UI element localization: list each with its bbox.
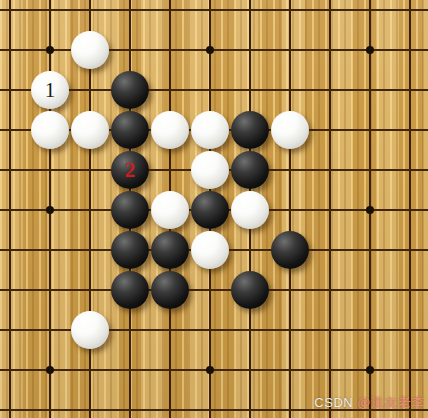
intersection-c7-r7[interactable] [230, 230, 270, 270]
intersection-c1-r4[interactable] [0, 110, 30, 150]
intersection-c4-r11[interactable] [110, 390, 150, 418]
intersection-c9-r9[interactable] [310, 310, 350, 350]
intersection-c8-r1[interactable] [270, 0, 310, 30]
intersection-c4-r2[interactable] [110, 30, 150, 70]
intersection-c7-r10[interactable] [230, 350, 270, 390]
intersection-c7-r9[interactable] [230, 310, 270, 350]
black-stone: 2 [111, 151, 149, 189]
intersection-c5-r4[interactable] [150, 110, 190, 150]
intersection-c3-r1[interactable] [70, 0, 110, 30]
black-stone [111, 191, 149, 229]
intersection-c9-r4[interactable] [310, 110, 350, 150]
intersection-c9-r5[interactable] [310, 150, 350, 190]
intersection-c2-r3[interactable]: 1 [30, 70, 70, 110]
black-stone [231, 111, 269, 149]
intersection-c5-r7[interactable] [150, 230, 190, 270]
intersection-c11-r7[interactable] [390, 230, 428, 270]
intersection-c8-r7[interactable] [270, 230, 310, 270]
intersection-c1-r3[interactable] [0, 70, 30, 110]
intersection-c10-r1[interactable] [350, 0, 390, 30]
intersection-c6-r10[interactable] [190, 350, 230, 390]
intersection-c7-r1[interactable] [230, 0, 270, 30]
intersection-c3-r5[interactable] [70, 150, 110, 190]
black-stone [151, 231, 189, 269]
intersection-c10-r9[interactable] [350, 310, 390, 350]
intersection-c3-r9[interactable] [70, 310, 110, 350]
black-stone [191, 191, 229, 229]
intersection-c10-r5[interactable] [350, 150, 390, 190]
intersection-c2-r11[interactable] [30, 390, 70, 418]
intersection-c8-r6[interactable] [270, 190, 310, 230]
intersection-c4-r10[interactable] [110, 350, 150, 390]
intersection-c6-r4[interactable] [190, 110, 230, 150]
intersection-c5-r2[interactable] [150, 30, 190, 70]
intersection-c1-r2[interactable] [0, 30, 30, 70]
intersection-c7-r8[interactable] [230, 270, 270, 310]
intersection-c7-r5[interactable] [230, 150, 270, 190]
intersection-c4-r6[interactable] [110, 190, 150, 230]
white-stone [191, 111, 229, 149]
intersection-c10-r2[interactable] [350, 30, 390, 70]
intersection-c11-r9[interactable] [390, 310, 428, 350]
intersection-c9-r3[interactable] [310, 70, 350, 110]
intersection-c8-r9[interactable] [270, 310, 310, 350]
intersection-c2-r8[interactable] [30, 270, 70, 310]
intersection-c11-r6[interactable] [390, 190, 428, 230]
intersection-c9-r7[interactable] [310, 230, 350, 270]
intersection-c3-r6[interactable] [70, 190, 110, 230]
intersection-c6-r3[interactable] [190, 70, 230, 110]
intersection-c3-r2[interactable] [70, 30, 110, 70]
intersection-c8-r8[interactable] [270, 270, 310, 310]
intersection-c11-r1[interactable] [390, 0, 428, 30]
white-stone [31, 111, 69, 149]
intersection-c6-r5[interactable] [190, 150, 230, 190]
intersection-c6-r9[interactable] [190, 310, 230, 350]
intersection-c7-r6[interactable] [230, 190, 270, 230]
intersection-c1-r9[interactable] [0, 310, 30, 350]
intersection-c4-r9[interactable] [110, 310, 150, 350]
black-stone [111, 231, 149, 269]
intersection-c5-r6[interactable] [150, 190, 190, 230]
intersection-c11-r10[interactable] [390, 350, 428, 390]
intersection-c7-r4[interactable] [230, 110, 270, 150]
white-stone: 1 [31, 71, 69, 109]
watermark-handle: @道友老李 [357, 395, 425, 410]
intersection-c3-r11[interactable] [70, 390, 110, 418]
intersection-c8-r11[interactable] [270, 390, 310, 418]
intersection-c4-r3[interactable] [110, 70, 150, 110]
black-stone [111, 71, 149, 109]
intersection-c11-r5[interactable] [390, 150, 428, 190]
white-stone [231, 191, 269, 229]
intersection-c7-r2[interactable] [230, 30, 270, 70]
intersection-c3-r7[interactable] [70, 230, 110, 270]
intersection-c8-r10[interactable] [270, 350, 310, 390]
intersection-c3-r10[interactable] [70, 350, 110, 390]
move-number-label: 1 [45, 71, 56, 109]
intersection-c5-r5[interactable] [150, 150, 190, 190]
intersection-c6-r6[interactable] [190, 190, 230, 230]
intersection-c7-r11[interactable] [230, 390, 270, 418]
black-stone [151, 271, 189, 309]
intersection-c4-r4[interactable] [110, 110, 150, 150]
intersection-c8-r5[interactable] [270, 150, 310, 190]
intersection-c10-r4[interactable] [350, 110, 390, 150]
intersection-c5-r9[interactable] [150, 310, 190, 350]
intersection-c1-r11[interactable] [0, 390, 30, 418]
intersection-c2-r9[interactable] [30, 310, 70, 350]
intersection-c2-r10[interactable] [30, 350, 70, 390]
intersection-c4-r8[interactable] [110, 270, 150, 310]
intersection-c4-r5[interactable]: 2 [110, 150, 150, 190]
black-stone [231, 151, 269, 189]
white-stone [71, 311, 109, 349]
intersection-c1-r10[interactable] [0, 350, 30, 390]
intersection-c3-r4[interactable] [70, 110, 110, 150]
intersection-c8-r3[interactable] [270, 70, 310, 110]
white-stone [191, 231, 229, 269]
intersection-c3-r3[interactable] [70, 70, 110, 110]
intersection-c2-r4[interactable] [30, 110, 70, 150]
white-stone [191, 151, 229, 189]
black-stone [111, 271, 149, 309]
intersection-c11-r4[interactable] [390, 110, 428, 150]
intersection-c9-r6[interactable] [310, 190, 350, 230]
intersection-c8-r2[interactable] [270, 30, 310, 70]
intersection-c5-r8[interactable] [150, 270, 190, 310]
intersection-c2-r5[interactable] [30, 150, 70, 190]
intersection-c9-r8[interactable] [310, 270, 350, 310]
intersection-c6-r11[interactable] [190, 390, 230, 418]
move-number-label: 2 [125, 151, 136, 189]
intersection-c10-r6[interactable] [350, 190, 390, 230]
intersection-c10-r3[interactable] [350, 70, 390, 110]
intersection-c9-r10[interactable] [310, 350, 350, 390]
intersection-c9-r1[interactable] [310, 0, 350, 30]
intersection-c11-r8[interactable] [390, 270, 428, 310]
intersection-c8-r4[interactable] [270, 110, 310, 150]
black-stone [111, 111, 149, 149]
intersection-c1-r5[interactable] [0, 150, 30, 190]
intersection-c5-r11[interactable] [150, 390, 190, 418]
intersection-c4-r1[interactable] [110, 0, 150, 30]
intersection-c4-r7[interactable] [110, 230, 150, 270]
intersection-c7-r3[interactable] [230, 70, 270, 110]
black-stone [271, 231, 309, 269]
intersection-c6-r2[interactable] [190, 30, 230, 70]
intersection-c5-r3[interactable] [150, 70, 190, 110]
intersection-c5-r10[interactable] [150, 350, 190, 390]
intersection-c3-r8[interactable] [70, 270, 110, 310]
intersection-c6-r7[interactable] [190, 230, 230, 270]
intersection-c2-r6[interactable] [30, 190, 70, 230]
intersection-c10-r10[interactable] [350, 350, 390, 390]
white-stone [151, 111, 189, 149]
intersection-c1-r7[interactable] [0, 230, 30, 270]
intersection-c2-r7[interactable] [30, 230, 70, 270]
intersection-c1-r8[interactable] [0, 270, 30, 310]
intersection-c10-r7[interactable] [350, 230, 390, 270]
intersection-c10-r8[interactable] [350, 270, 390, 310]
watermark: CSDN @道友老李 [314, 394, 425, 412]
intersection-c6-r1[interactable] [190, 0, 230, 30]
white-stone [71, 111, 109, 149]
intersection-c1-r1[interactable] [0, 0, 30, 30]
intersection-c1-r6[interactable] [0, 190, 30, 230]
intersection-c9-r2[interactable] [310, 30, 350, 70]
intersection-c5-r1[interactable] [150, 0, 190, 30]
intersection-c2-r1[interactable] [30, 0, 70, 30]
intersection-c2-r2[interactable] [30, 30, 70, 70]
white-stone [151, 191, 189, 229]
intersection-c6-r8[interactable] [190, 270, 230, 310]
black-stone [231, 271, 269, 309]
white-stone [271, 111, 309, 149]
intersection-c11-r3[interactable] [390, 70, 428, 110]
white-stone [71, 31, 109, 69]
watermark-prefix: CSDN [314, 395, 357, 410]
go-board[interactable]: 12 [0, 0, 428, 418]
intersection-c11-r2[interactable] [390, 30, 428, 70]
